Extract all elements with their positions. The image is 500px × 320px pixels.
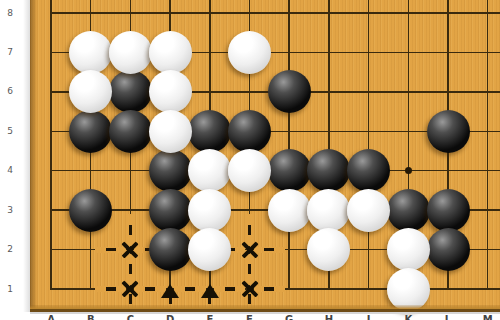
- column-label-G: G: [279, 314, 299, 320]
- black-stone-G4[interactable]: [268, 149, 311, 192]
- white-stone-G3[interactable]: [268, 189, 311, 232]
- star-point-K4: [405, 167, 412, 174]
- grid-line-vertical-A: [50, 0, 52, 290]
- white-stone-B7[interactable]: [69, 31, 112, 74]
- black-stone-L5[interactable]: [427, 110, 470, 153]
- row-label-2: 2: [0, 244, 20, 255]
- white-stone-C7[interactable]: [109, 31, 152, 74]
- white-stone-D7[interactable]: [149, 31, 192, 74]
- x-mark-F2: [241, 241, 259, 259]
- column-label-L: L: [438, 314, 458, 320]
- dashed-link: [185, 287, 195, 290]
- row-label-8: 8: [0, 8, 20, 19]
- column-label-H: H: [319, 314, 339, 320]
- triangle-mark-E1: [201, 284, 219, 298]
- x-mark-C1: [121, 280, 139, 298]
- dashed-link: [129, 264, 132, 274]
- black-stone-D3[interactable]: [149, 189, 192, 232]
- column-label-C: C: [120, 314, 140, 320]
- column-label-A: A: [41, 314, 61, 320]
- dashed-link: [225, 287, 235, 290]
- grid-line-horizontal-8: [50, 12, 500, 14]
- dashed-link: [264, 287, 274, 290]
- black-stone-L2[interactable]: [427, 228, 470, 271]
- white-stone-K2[interactable]: [387, 228, 430, 271]
- black-stone-F5[interactable]: [228, 110, 271, 153]
- black-stone-E5[interactable]: [188, 110, 231, 153]
- black-stone-B5[interactable]: [69, 110, 112, 153]
- dashed-link: [145, 287, 155, 290]
- left-margin-shadow: [23, 0, 30, 312]
- grid-line-vertical-G: [288, 0, 290, 290]
- black-stone-C6[interactable]: [109, 70, 152, 113]
- column-label-J: J: [359, 314, 379, 320]
- white-stone-J3[interactable]: [347, 189, 390, 232]
- triangle-mark-D1: [161, 284, 179, 298]
- white-stone-H3[interactable]: [307, 189, 350, 232]
- black-stone-D2[interactable]: [149, 228, 192, 271]
- black-stone-B3[interactable]: [69, 189, 112, 232]
- column-label-B: B: [81, 314, 101, 320]
- column-label-F: F: [240, 314, 260, 320]
- white-stone-E3[interactable]: [188, 189, 231, 232]
- grid-line-vertical-M: [487, 0, 489, 290]
- dashed-link: [106, 248, 116, 251]
- black-stone-C5[interactable]: [109, 110, 152, 153]
- grid-line-vertical-J: [368, 0, 370, 290]
- x-mark-C2: [121, 241, 139, 259]
- black-stone-L3[interactable]: [427, 189, 470, 232]
- x-mark-F1: [241, 280, 259, 298]
- white-stone-F7[interactable]: [228, 31, 271, 74]
- column-label-D: D: [160, 314, 180, 320]
- column-label-K: K: [398, 314, 418, 320]
- row-label-3: 3: [0, 205, 20, 216]
- dashed-link: [248, 264, 251, 274]
- go-board-diagram: 87654321ABCDEFGHJKLM: [0, 0, 500, 320]
- dashed-link: [129, 225, 132, 235]
- board-left-edge: [30, 0, 37, 311]
- black-stone-D4[interactable]: [149, 149, 192, 192]
- column-label-M: M: [478, 314, 498, 320]
- dashed-link: [264, 248, 274, 251]
- dashed-link: [248, 225, 251, 235]
- row-label-6: 6: [0, 86, 20, 97]
- white-stone-D5[interactable]: [149, 110, 192, 153]
- black-stone-G6[interactable]: [268, 70, 311, 113]
- dashed-link: [106, 287, 116, 290]
- white-stone-F4[interactable]: [228, 149, 271, 192]
- white-stone-D6[interactable]: [149, 70, 192, 113]
- row-label-5: 5: [0, 126, 20, 137]
- black-stone-K3[interactable]: [387, 189, 430, 232]
- row-label-4: 4: [0, 165, 20, 176]
- column-label-E: E: [200, 314, 220, 320]
- row-label-1: 1: [0, 284, 20, 295]
- row-label-7: 7: [0, 47, 20, 58]
